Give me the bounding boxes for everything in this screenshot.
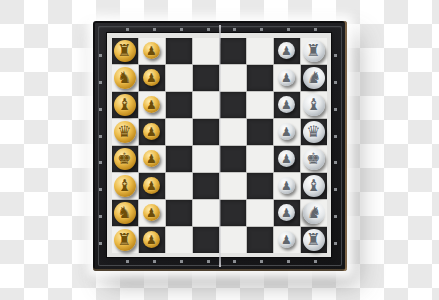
square-d2[interactable]: ♟ xyxy=(139,119,165,145)
piece-gold-rook[interactable]: ♜ xyxy=(114,229,136,251)
square-b3[interactable] xyxy=(166,65,192,91)
square-c4[interactable] xyxy=(193,92,219,118)
piece-gold-pawn[interactable]: ♟ xyxy=(143,150,160,167)
square-e6[interactable] xyxy=(247,146,273,172)
square-a2[interactable]: ♟ xyxy=(139,38,165,64)
square-b5[interactable] xyxy=(220,65,246,91)
square-a6[interactable] xyxy=(247,38,273,64)
board-surface: ♜♟♟♜♞♟♟♞♝♟♟♝♛♟♟♛♚♟♟♚♝♟♟♝♞♟♟♞♜♟♟♜ xyxy=(107,33,331,257)
file-studs-bottom xyxy=(114,260,329,263)
piece-gold-pawn[interactable]: ♟ xyxy=(143,204,160,221)
piece-silver-pawn[interactable]: ♟ xyxy=(278,231,295,248)
square-a3[interactable] xyxy=(166,38,192,64)
square-e3[interactable] xyxy=(166,146,192,172)
rank-studs-left xyxy=(99,42,102,257)
square-b1[interactable]: ♞ xyxy=(112,65,138,91)
square-c1[interactable]: ♝ xyxy=(112,92,138,118)
square-g5[interactable] xyxy=(220,200,246,226)
square-f4[interactable] xyxy=(193,173,219,199)
square-g6[interactable] xyxy=(247,200,273,226)
piece-gold-knight[interactable]: ♞ xyxy=(114,67,136,89)
square-d5[interactable] xyxy=(220,119,246,145)
piece-silver-queen[interactable]: ♛ xyxy=(303,121,325,143)
piece-silver-pawn[interactable]: ♟ xyxy=(278,177,295,194)
square-a8[interactable]: ♜ xyxy=(301,38,327,64)
square-f3[interactable] xyxy=(166,173,192,199)
square-c5[interactable] xyxy=(220,92,246,118)
square-f1[interactable]: ♝ xyxy=(112,173,138,199)
piece-gold-pawn[interactable]: ♟ xyxy=(143,177,160,194)
square-d8[interactable]: ♛ xyxy=(301,119,327,145)
square-d4[interactable] xyxy=(193,119,219,145)
piece-silver-pawn[interactable]: ♟ xyxy=(278,96,295,113)
square-e8[interactable]: ♚ xyxy=(301,146,327,172)
piece-silver-rook[interactable]: ♜ xyxy=(303,40,325,62)
piece-gold-king[interactable]: ♚ xyxy=(114,148,136,170)
square-h1[interactable]: ♜ xyxy=(112,227,138,253)
piece-silver-pawn[interactable]: ♟ xyxy=(278,42,295,59)
square-e1[interactable]: ♚ xyxy=(112,146,138,172)
piece-silver-bishop[interactable]: ♝ xyxy=(303,94,325,116)
square-f6[interactable] xyxy=(247,173,273,199)
square-c6[interactable] xyxy=(247,92,273,118)
piece-gold-pawn[interactable]: ♟ xyxy=(143,123,160,140)
square-g1[interactable]: ♞ xyxy=(112,200,138,226)
square-g7[interactable]: ♟ xyxy=(274,200,300,226)
piece-silver-king[interactable]: ♚ xyxy=(303,148,325,170)
square-c8[interactable]: ♝ xyxy=(301,92,327,118)
piece-silver-pawn[interactable]: ♟ xyxy=(278,150,295,167)
square-g8[interactable]: ♞ xyxy=(301,200,327,226)
piece-silver-pawn[interactable]: ♟ xyxy=(278,204,295,221)
square-f2[interactable]: ♟ xyxy=(139,173,165,199)
piece-silver-knight[interactable]: ♞ xyxy=(303,67,325,89)
square-c7[interactable]: ♟ xyxy=(274,92,300,118)
square-h3[interactable] xyxy=(166,227,192,253)
square-a4[interactable] xyxy=(193,38,219,64)
square-d1[interactable]: ♛ xyxy=(112,119,138,145)
square-g4[interactable] xyxy=(193,200,219,226)
square-h2[interactable]: ♟ xyxy=(139,227,165,253)
square-g3[interactable] xyxy=(166,200,192,226)
piece-silver-pawn[interactable]: ♟ xyxy=(278,69,295,86)
square-a7[interactable]: ♟ xyxy=(274,38,300,64)
piece-silver-rook[interactable]: ♜ xyxy=(303,229,325,251)
photo-canvas: ♜♟♟♜♞♟♟♞♝♟♟♝♛♟♟♛♚♟♟♚♝♟♟♝♞♟♟♞♜♟♟♜ xyxy=(0,0,439,300)
square-b6[interactable] xyxy=(247,65,273,91)
square-a1[interactable]: ♜ xyxy=(112,38,138,64)
square-c2[interactable]: ♟ xyxy=(139,92,165,118)
square-h6[interactable] xyxy=(247,227,273,253)
piece-silver-pawn[interactable]: ♟ xyxy=(278,123,295,140)
piece-gold-pawn[interactable]: ♟ xyxy=(143,42,160,59)
square-b4[interactable] xyxy=(193,65,219,91)
square-f7[interactable]: ♟ xyxy=(274,173,300,199)
square-e7[interactable]: ♟ xyxy=(274,146,300,172)
chess-board: ♜♟♟♜♞♟♟♞♝♟♟♝♛♟♟♛♚♟♟♚♝♟♟♝♞♟♟♞♜♟♟♜ xyxy=(93,21,347,271)
square-e2[interactable]: ♟ xyxy=(139,146,165,172)
square-e4[interactable] xyxy=(193,146,219,172)
piece-gold-bishop[interactable]: ♝ xyxy=(114,94,136,116)
square-g2[interactable]: ♟ xyxy=(139,200,165,226)
piece-silver-knight[interactable]: ♞ xyxy=(303,202,325,224)
file-studs-top xyxy=(114,28,329,31)
square-f8[interactable]: ♝ xyxy=(301,173,327,199)
square-b8[interactable]: ♞ xyxy=(301,65,327,91)
square-h4[interactable] xyxy=(193,227,219,253)
piece-gold-pawn[interactable]: ♟ xyxy=(143,96,160,113)
square-f5[interactable] xyxy=(220,173,246,199)
piece-gold-knight[interactable]: ♞ xyxy=(114,202,136,224)
square-b7[interactable]: ♟ xyxy=(274,65,300,91)
square-e5[interactable] xyxy=(220,146,246,172)
square-h7[interactable]: ♟ xyxy=(274,227,300,253)
square-b2[interactable]: ♟ xyxy=(139,65,165,91)
board-grid: ♜♟♟♜♞♟♟♞♝♟♟♝♛♟♟♛♚♟♟♚♝♟♟♝♞♟♟♞♜♟♟♜ xyxy=(112,38,327,253)
square-d3[interactable] xyxy=(166,119,192,145)
square-a5[interactable] xyxy=(220,38,246,64)
square-c3[interactable] xyxy=(166,92,192,118)
rank-studs-right xyxy=(334,42,337,257)
piece-gold-pawn[interactable]: ♟ xyxy=(143,231,160,248)
piece-gold-queen[interactable]: ♛ xyxy=(114,121,136,143)
square-h5[interactable] xyxy=(220,227,246,253)
piece-gold-bishop[interactable]: ♝ xyxy=(114,175,136,197)
piece-silver-bishop[interactable]: ♝ xyxy=(303,175,325,197)
square-h8[interactable]: ♜ xyxy=(301,227,327,253)
piece-gold-pawn[interactable]: ♟ xyxy=(143,69,160,86)
square-d6[interactable] xyxy=(247,119,273,145)
square-d7[interactable]: ♟ xyxy=(274,119,300,145)
piece-gold-rook[interactable]: ♜ xyxy=(114,40,136,62)
